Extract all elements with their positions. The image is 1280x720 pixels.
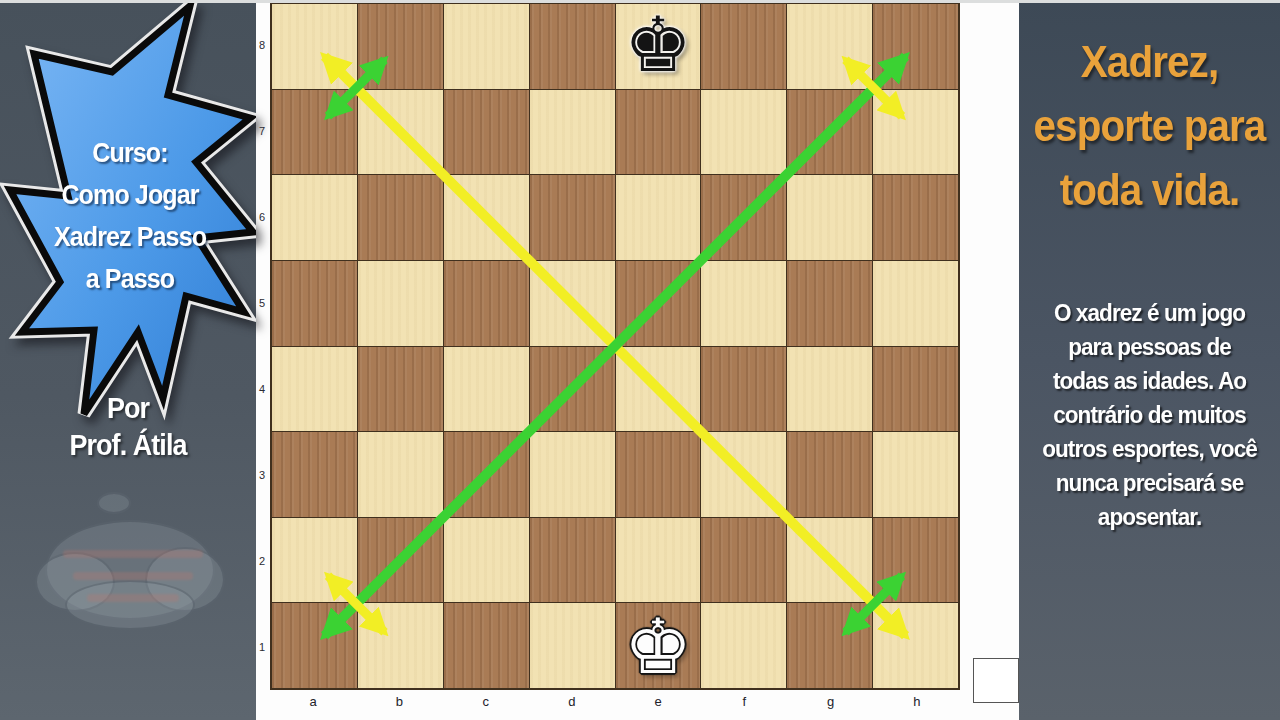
square-g3[interactable] [787, 432, 872, 517]
square-a2[interactable] [272, 518, 357, 603]
square-b5[interactable] [358, 261, 443, 346]
square-f3[interactable] [701, 432, 786, 517]
rank-label-2: 2 [254, 518, 270, 604]
square-f1[interactable] [701, 603, 786, 688]
file-label-a: a [270, 691, 356, 712]
thought-bubble [35, 492, 225, 637]
body-line-2: para pessoas de [1027, 330, 1272, 364]
square-e6[interactable] [616, 175, 701, 260]
square-a8[interactable] [272, 4, 357, 89]
square-a5[interactable] [272, 261, 357, 346]
square-f4[interactable] [701, 347, 786, 432]
author-credit: Por Prof. Átila [9, 390, 247, 464]
file-label-b: b [356, 691, 442, 712]
rank-label-7: 7 [254, 88, 270, 174]
square-d8[interactable] [530, 4, 615, 89]
top-hairline [0, 0, 1280, 3]
author-line-1: Por [9, 390, 247, 427]
square-g1[interactable] [787, 603, 872, 688]
square-g8[interactable] [787, 4, 872, 89]
rank-label-6: 6 [254, 174, 270, 260]
square-a1[interactable] [272, 603, 357, 688]
square-c5[interactable] [444, 261, 529, 346]
rank-labels: 87654321 [254, 2, 270, 690]
square-h1[interactable] [873, 603, 958, 688]
square-g6[interactable] [787, 175, 872, 260]
square-b8[interactable] [358, 4, 443, 89]
body-line-3: todas as idades. Ao [1027, 364, 1272, 398]
square-d2[interactable] [530, 518, 615, 603]
board-corner-box [973, 658, 1019, 703]
file-label-f: f [701, 691, 787, 712]
square-h7[interactable] [873, 90, 958, 175]
square-d3[interactable] [530, 432, 615, 517]
square-c1[interactable] [444, 603, 529, 688]
square-d7[interactable] [530, 90, 615, 175]
square-g7[interactable] [787, 90, 872, 175]
square-a4[interactable] [272, 347, 357, 432]
rank-label-4: 4 [254, 346, 270, 432]
square-b4[interactable] [358, 347, 443, 432]
square-d5[interactable] [530, 261, 615, 346]
body-line-1: O xadrez é um jogo [1027, 296, 1272, 330]
rank-label-3: 3 [254, 432, 270, 518]
square-e4[interactable] [616, 347, 701, 432]
square-b2[interactable] [358, 518, 443, 603]
square-b3[interactable] [358, 432, 443, 517]
square-c2[interactable] [444, 518, 529, 603]
video-frame: Curso: Como Jogar Xadrez Passo a Passo P… [0, 0, 1280, 720]
course-line-1: Curso: [26, 132, 234, 174]
square-c8[interactable] [444, 4, 529, 89]
square-h8[interactable] [873, 4, 958, 89]
square-g2[interactable] [787, 518, 872, 603]
square-d6[interactable] [530, 175, 615, 260]
square-h4[interactable] [873, 347, 958, 432]
square-d1[interactable] [530, 603, 615, 688]
panel-body: O xadrez é um jogo para pessoas de todas… [1027, 296, 1272, 534]
square-b7[interactable] [358, 90, 443, 175]
title-line-1: Xadrez, [1029, 30, 1269, 94]
square-g4[interactable] [787, 347, 872, 432]
square-f8[interactable] [701, 4, 786, 89]
square-h5[interactable] [873, 261, 958, 346]
square-f6[interactable] [701, 175, 786, 260]
square-b6[interactable] [358, 175, 443, 260]
square-a6[interactable] [272, 175, 357, 260]
square-e5[interactable] [616, 261, 701, 346]
left-sidebar: Curso: Como Jogar Xadrez Passo a Passo P… [0, 0, 256, 720]
author-line-2: Prof. Átila [9, 427, 247, 464]
square-c7[interactable] [444, 90, 529, 175]
file-label-d: d [529, 691, 615, 712]
square-f2[interactable] [701, 518, 786, 603]
square-e1[interactable] [616, 603, 701, 688]
file-label-c: c [443, 691, 529, 712]
course-line-3: Xadrez Passo [26, 216, 234, 258]
square-b1[interactable] [358, 603, 443, 688]
body-line-7: aposentar. [1027, 500, 1272, 534]
square-c3[interactable] [444, 432, 529, 517]
course-line-2: Como Jogar [26, 174, 234, 216]
right-panel: Xadrez, esporte para toda vida. O xadrez… [1019, 0, 1280, 720]
square-c6[interactable] [444, 175, 529, 260]
square-e8[interactable] [616, 4, 701, 89]
square-g5[interactable] [787, 261, 872, 346]
panel-title: Xadrez, esporte para toda vida. [1029, 30, 1269, 222]
file-label-e: e [615, 691, 701, 712]
square-e7[interactable] [616, 90, 701, 175]
square-h2[interactable] [873, 518, 958, 603]
square-f5[interactable] [701, 261, 786, 346]
course-badge-text: Curso: Como Jogar Xadrez Passo a Passo [26, 132, 234, 300]
square-f7[interactable] [701, 90, 786, 175]
square-c4[interactable] [444, 347, 529, 432]
square-e2[interactable] [616, 518, 701, 603]
chess-board [270, 2, 960, 690]
square-e3[interactable] [616, 432, 701, 517]
square-h3[interactable] [873, 432, 958, 517]
title-line-3: toda vida. [1029, 158, 1269, 222]
rank-label-8: 8 [254, 2, 270, 88]
body-line-6: nunca precisará se [1027, 466, 1272, 500]
square-d4[interactable] [530, 347, 615, 432]
square-a3[interactable] [272, 432, 357, 517]
course-line-4: a Passo [26, 258, 234, 300]
file-label-g: g [788, 691, 874, 712]
body-line-5: outros esportes, você [1027, 432, 1272, 466]
body-line-4: contrário de muitos [1027, 398, 1272, 432]
rank-label-1: 1 [254, 604, 270, 690]
square-h6[interactable] [873, 175, 958, 260]
rank-label-5: 5 [254, 260, 270, 346]
title-line-2: esporte para [1029, 94, 1269, 158]
square-a7[interactable] [272, 90, 357, 175]
file-label-h: h [874, 691, 960, 712]
file-labels: abcdefgh [270, 691, 960, 712]
